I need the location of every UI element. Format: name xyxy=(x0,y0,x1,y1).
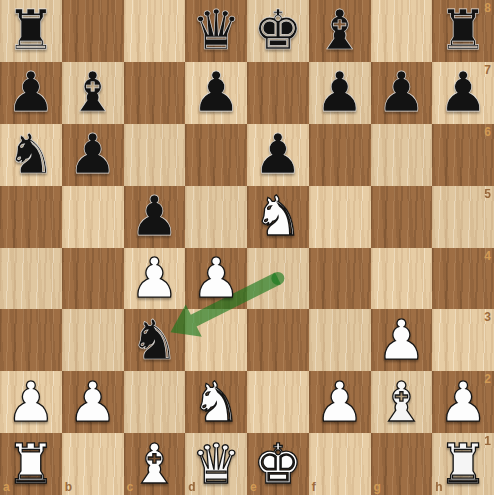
square-b5[interactable] xyxy=(62,186,124,248)
square-e4[interactable] xyxy=(247,248,309,310)
square-f2[interactable]: ♟ xyxy=(309,371,371,433)
square-e3[interactable] xyxy=(247,309,309,371)
square-c4[interactable]: ♟ xyxy=(124,248,186,310)
piece-white-pawn-b2[interactable]: ♟ xyxy=(62,371,124,433)
square-a3[interactable] xyxy=(0,309,62,371)
square-f7[interactable]: ♟ xyxy=(309,62,371,124)
square-b4[interactable] xyxy=(62,248,124,310)
square-d2[interactable]: ♞ xyxy=(185,371,247,433)
square-h1[interactable]: ♜h1 xyxy=(432,433,494,495)
square-c6[interactable] xyxy=(124,124,186,186)
square-b3[interactable] xyxy=(62,309,124,371)
square-f1[interactable]: f xyxy=(309,433,371,495)
square-g6[interactable] xyxy=(371,124,433,186)
piece-black-pawn-h7[interactable]: ♟ xyxy=(432,62,494,124)
piece-black-knight-a6[interactable]: ♞ xyxy=(0,124,62,186)
square-d6[interactable] xyxy=(185,124,247,186)
square-h8[interactable]: ♜8 xyxy=(432,0,494,62)
coord-file-g: g xyxy=(374,481,381,493)
chess-board-container: ♜♛♚♝♜8♟♝♟♟♟♟7♞♟♟6♟♞5♟♟4♞♟3♟♟♞♟♝♟2♜ab♝c♛d… xyxy=(0,0,494,495)
square-h6[interactable]: 6 xyxy=(432,124,494,186)
square-h2[interactable]: ♟2 xyxy=(432,371,494,433)
square-b6[interactable]: ♟ xyxy=(62,124,124,186)
coord-file-b: b xyxy=(65,481,72,493)
coord-file-f: f xyxy=(312,481,316,493)
square-g1[interactable]: g xyxy=(371,433,433,495)
square-h7[interactable]: ♟7 xyxy=(432,62,494,124)
square-c8[interactable] xyxy=(124,0,186,62)
piece-black-bishop-f8[interactable]: ♝ xyxy=(309,0,371,62)
square-f3[interactable] xyxy=(309,309,371,371)
square-b7[interactable]: ♝ xyxy=(62,62,124,124)
piece-white-rook-h1[interactable]: ♜ xyxy=(432,433,494,495)
square-h4[interactable]: 4 xyxy=(432,248,494,310)
coord-rank-5: 5 xyxy=(484,188,491,200)
square-d7[interactable]: ♟ xyxy=(185,62,247,124)
square-e5[interactable]: ♞ xyxy=(247,186,309,248)
piece-white-queen-d1[interactable]: ♛ xyxy=(185,433,247,495)
piece-black-pawn-b6[interactable]: ♟ xyxy=(62,124,124,186)
square-b8[interactable] xyxy=(62,0,124,62)
piece-black-rook-a8[interactable]: ♜ xyxy=(0,0,62,62)
square-f4[interactable] xyxy=(309,248,371,310)
piece-white-knight-e5[interactable]: ♞ xyxy=(247,186,309,248)
square-d8[interactable]: ♛ xyxy=(185,0,247,62)
square-a6[interactable]: ♞ xyxy=(0,124,62,186)
piece-white-pawn-f2[interactable]: ♟ xyxy=(309,371,371,433)
piece-black-bishop-b7[interactable]: ♝ xyxy=(62,62,124,124)
square-a8[interactable]: ♜ xyxy=(0,0,62,62)
square-h3[interactable]: 3 xyxy=(432,309,494,371)
piece-black-pawn-e6[interactable]: ♟ xyxy=(247,124,309,186)
coord-rank-3: 3 xyxy=(484,311,491,323)
piece-black-rook-h8[interactable]: ♜ xyxy=(432,0,494,62)
square-e2[interactable] xyxy=(247,371,309,433)
square-g3[interactable]: ♟ xyxy=(371,309,433,371)
piece-black-pawn-f7[interactable]: ♟ xyxy=(309,62,371,124)
piece-white-bishop-c1[interactable]: ♝ xyxy=(124,433,186,495)
piece-black-knight-c3[interactable]: ♞ xyxy=(124,309,186,371)
square-b2[interactable]: ♟ xyxy=(62,371,124,433)
square-a5[interactable] xyxy=(0,186,62,248)
square-a7[interactable]: ♟ xyxy=(0,62,62,124)
square-f8[interactable]: ♝ xyxy=(309,0,371,62)
square-a2[interactable]: ♟ xyxy=(0,371,62,433)
square-f5[interactable] xyxy=(309,186,371,248)
square-c1[interactable]: ♝c xyxy=(124,433,186,495)
square-f6[interactable] xyxy=(309,124,371,186)
piece-black-pawn-g7[interactable]: ♟ xyxy=(371,62,433,124)
square-e8[interactable]: ♚ xyxy=(247,0,309,62)
square-h5[interactable]: 5 xyxy=(432,186,494,248)
piece-black-king-e8[interactable]: ♚ xyxy=(247,0,309,62)
square-d5[interactable] xyxy=(185,186,247,248)
piece-white-bishop-g2[interactable]: ♝ xyxy=(371,371,433,433)
piece-white-pawn-g3[interactable]: ♟ xyxy=(371,309,433,371)
piece-white-pawn-d4[interactable]: ♟ xyxy=(185,248,247,310)
piece-white-pawn-a2[interactable]: ♟ xyxy=(0,371,62,433)
square-e6[interactable]: ♟ xyxy=(247,124,309,186)
square-c7[interactable] xyxy=(124,62,186,124)
piece-white-pawn-c4[interactable]: ♟ xyxy=(124,248,186,310)
square-a1[interactable]: ♜a xyxy=(0,433,62,495)
square-g4[interactable] xyxy=(371,248,433,310)
square-e1[interactable]: ♚e xyxy=(247,433,309,495)
coord-rank-6: 6 xyxy=(484,126,491,138)
square-c3[interactable]: ♞ xyxy=(124,309,186,371)
piece-black-pawn-d7[interactable]: ♟ xyxy=(185,62,247,124)
piece-white-knight-d2[interactable]: ♞ xyxy=(185,371,247,433)
square-b1[interactable]: b xyxy=(62,433,124,495)
square-c2[interactable] xyxy=(124,371,186,433)
square-d4[interactable]: ♟ xyxy=(185,248,247,310)
coord-rank-4: 4 xyxy=(484,250,491,262)
piece-black-pawn-a7[interactable]: ♟ xyxy=(0,62,62,124)
square-d1[interactable]: ♛d xyxy=(185,433,247,495)
square-g7[interactable]: ♟ xyxy=(371,62,433,124)
piece-white-rook-a1[interactable]: ♜ xyxy=(0,433,62,495)
square-a4[interactable] xyxy=(0,248,62,310)
piece-white-pawn-h2[interactable]: ♟ xyxy=(432,371,494,433)
piece-white-king-e1[interactable]: ♚ xyxy=(247,433,309,495)
square-g2[interactable]: ♝ xyxy=(371,371,433,433)
square-g8[interactable] xyxy=(371,0,433,62)
square-e7[interactable] xyxy=(247,62,309,124)
square-d3[interactable] xyxy=(185,309,247,371)
chess-board: ♜♛♚♝♜8♟♝♟♟♟♟7♞♟♟6♟♞5♟♟4♞♟3♟♟♞♟♝♟2♜ab♝c♛d… xyxy=(0,0,494,495)
piece-black-queen-d8[interactable]: ♛ xyxy=(185,0,247,62)
square-g5[interactable] xyxy=(371,186,433,248)
square-c5[interactable]: ♟ xyxy=(124,186,186,248)
piece-black-pawn-c5[interactable]: ♟ xyxy=(124,186,186,248)
